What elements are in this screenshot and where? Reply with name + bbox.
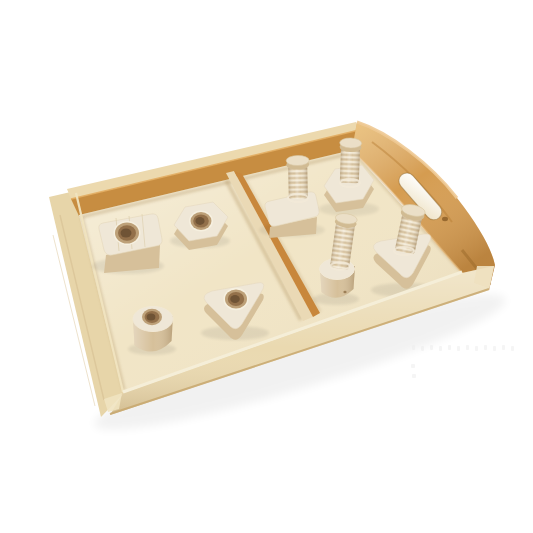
nut-hole-dark [230, 295, 240, 303]
wood-peg-dot [343, 291, 346, 294]
nut-hole-dark [195, 217, 204, 225]
bolt [338, 138, 362, 184]
nut-hole-dark [147, 314, 156, 321]
wood-knot [442, 217, 448, 221]
bolt [286, 155, 310, 199]
product-photo [0, 0, 533, 533]
square-nut [92, 214, 164, 274]
round-nut [128, 307, 176, 356]
scene-svg [0, 0, 533, 533]
faint-watermark-speckles [411, 345, 514, 378]
bolt-cap-top [286, 155, 309, 165]
nut-hole-dark [121, 228, 132, 237]
